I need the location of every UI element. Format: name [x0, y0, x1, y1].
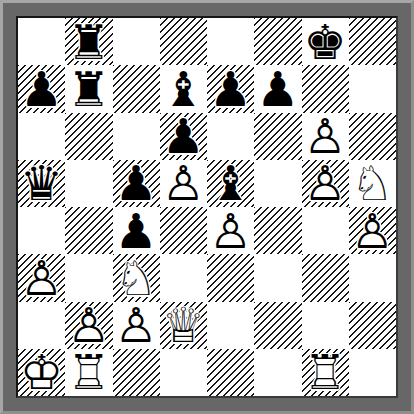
white-king-icon: ♔ — [18, 349, 65, 396]
white-pawn-icon: ♙ — [207, 207, 254, 254]
black-pawn[interactable]: ♟♟ — [160, 113, 207, 160]
white-pawn-icon: ♙ — [160, 160, 207, 207]
black-bishop[interactable]: ♝♝ — [160, 65, 207, 112]
black-queen[interactable]: ♛♛ — [18, 160, 65, 207]
square-a6[interactable] — [18, 113, 65, 160]
square-g7[interactable] — [302, 65, 349, 112]
square-a3[interactable]: ♟♙ — [18, 254, 65, 301]
square-b2[interactable]: ♟♙ — [65, 302, 112, 349]
square-h1[interactable] — [349, 349, 396, 396]
square-b3[interactable] — [65, 254, 112, 301]
square-f1[interactable] — [254, 349, 301, 396]
white-queen[interactable]: ♛♕ — [160, 302, 207, 349]
black-pawn[interactable]: ♟♟ — [113, 160, 160, 207]
white-knight[interactable]: ♞♘ — [349, 160, 396, 207]
square-g2[interactable] — [302, 302, 349, 349]
black-bishop[interactable]: ♝♝ — [207, 160, 254, 207]
square-h7[interactable] — [349, 65, 396, 112]
square-c6[interactable] — [113, 113, 160, 160]
black-pawn-icon: ♟ — [207, 65, 254, 112]
white-knight[interactable]: ♞♘ — [113, 254, 160, 301]
black-rook[interactable]: ♜♜ — [65, 65, 112, 112]
square-d8[interactable] — [160, 18, 207, 65]
white-knight-icon: ♘ — [113, 254, 160, 301]
chess-app-window: ♜♜♚♚♟♟♜♜♝♝♟♟♟♟♟♟♟♙♛♛♟♟♟♙♝♝♟♙♞♘♟♟♟♙♟♙♟♙♞♘… — [0, 0, 414, 414]
square-c4[interactable]: ♟♟ — [113, 207, 160, 254]
white-pawn[interactable]: ♟♙ — [302, 160, 349, 207]
square-a5[interactable]: ♛♛ — [18, 160, 65, 207]
white-pawn[interactable]: ♟♙ — [160, 160, 207, 207]
white-rook[interactable]: ♜♖ — [302, 349, 349, 396]
square-d3[interactable] — [160, 254, 207, 301]
white-pawn[interactable]: ♟♙ — [207, 207, 254, 254]
square-f8[interactable] — [254, 18, 301, 65]
black-bishop-icon: ♝ — [207, 160, 254, 207]
black-pawn[interactable]: ♟♟ — [207, 65, 254, 112]
square-e7[interactable]: ♟♟ — [207, 65, 254, 112]
square-a7[interactable]: ♟♟ — [18, 65, 65, 112]
black-pawn-icon: ♟ — [113, 160, 160, 207]
black-rook-icon: ♜ — [65, 65, 112, 112]
black-pawn[interactable]: ♟♟ — [113, 207, 160, 254]
chess-board: ♜♜♚♚♟♟♜♜♝♝♟♟♟♟♟♟♟♙♛♛♟♟♟♙♝♝♟♙♞♘♟♟♟♙♟♙♟♙♞♘… — [16, 16, 398, 398]
square-b8[interactable]: ♜♜ — [65, 18, 112, 65]
white-pawn-icon: ♙ — [113, 302, 160, 349]
black-rook[interactable]: ♜♜ — [65, 18, 112, 65]
white-pawn[interactable]: ♟♙ — [349, 207, 396, 254]
white-king[interactable]: ♚♔ — [18, 349, 65, 396]
square-e6[interactable] — [207, 113, 254, 160]
square-f2[interactable] — [254, 302, 301, 349]
square-e2[interactable] — [207, 302, 254, 349]
square-f3[interactable] — [254, 254, 301, 301]
white-pawn[interactable]: ♟♙ — [302, 113, 349, 160]
black-pawn-icon: ♟ — [160, 113, 207, 160]
white-rook[interactable]: ♜♖ — [65, 349, 112, 396]
square-b4[interactable] — [65, 207, 112, 254]
board-frame: ♜♜♚♚♟♟♜♜♝♝♟♟♟♟♟♟♟♙♛♛♟♟♟♙♝♝♟♙♞♘♟♟♟♙♟♙♟♙♞♘… — [0, 0, 414, 414]
square-d4[interactable] — [160, 207, 207, 254]
black-queen-icon: ♛ — [18, 160, 65, 207]
white-pawn-icon: ♙ — [349, 207, 396, 254]
square-b1[interactable]: ♜♖ — [65, 349, 112, 396]
square-c2[interactable]: ♟♙ — [113, 302, 160, 349]
square-d7[interactable]: ♝♝ — [160, 65, 207, 112]
white-queen-icon: ♕ — [160, 302, 207, 349]
square-c5[interactable]: ♟♟ — [113, 160, 160, 207]
square-h8[interactable] — [349, 18, 396, 65]
square-d6[interactable]: ♟♟ — [160, 113, 207, 160]
white-pawn[interactable]: ♟♙ — [65, 302, 112, 349]
square-h5[interactable]: ♞♘ — [349, 160, 396, 207]
black-pawn-icon: ♟ — [113, 207, 160, 254]
white-pawn-icon: ♙ — [18, 254, 65, 301]
square-c3[interactable]: ♞♘ — [113, 254, 160, 301]
square-g8[interactable]: ♚♚ — [302, 18, 349, 65]
white-pawn-icon: ♙ — [65, 302, 112, 349]
white-knight-icon: ♘ — [349, 160, 396, 207]
black-pawn[interactable]: ♟♟ — [254, 65, 301, 112]
black-rook-icon: ♜ — [65, 18, 112, 65]
white-pawn-icon: ♙ — [302, 113, 349, 160]
square-g6[interactable]: ♟♙ — [302, 113, 349, 160]
black-bishop-icon: ♝ — [160, 65, 207, 112]
square-b7[interactable]: ♜♜ — [65, 65, 112, 112]
white-rook-icon: ♖ — [302, 349, 349, 396]
square-e8[interactable] — [207, 18, 254, 65]
white-pawn-icon: ♙ — [302, 160, 349, 207]
square-h6[interactable] — [349, 113, 396, 160]
square-f5[interactable] — [254, 160, 301, 207]
square-g1[interactable]: ♜♖ — [302, 349, 349, 396]
square-f4[interactable] — [254, 207, 301, 254]
square-g5[interactable]: ♟♙ — [302, 160, 349, 207]
black-pawn-icon: ♟ — [18, 65, 65, 112]
square-b5[interactable] — [65, 160, 112, 207]
square-a1[interactable]: ♚♔ — [18, 349, 65, 396]
square-h2[interactable] — [349, 302, 396, 349]
square-c1[interactable] — [113, 349, 160, 396]
square-g4[interactable] — [302, 207, 349, 254]
square-h4[interactable]: ♟♙ — [349, 207, 396, 254]
black-king[interactable]: ♚♚ — [302, 18, 349, 65]
square-a8[interactable] — [18, 18, 65, 65]
square-d2[interactable]: ♛♕ — [160, 302, 207, 349]
square-e5[interactable]: ♝♝ — [207, 160, 254, 207]
black-pawn-icon: ♟ — [254, 65, 301, 112]
square-e3[interactable] — [207, 254, 254, 301]
square-f7[interactable]: ♟♟ — [254, 65, 301, 112]
square-f6[interactable] — [254, 113, 301, 160]
square-a2[interactable] — [18, 302, 65, 349]
square-g3[interactable] — [302, 254, 349, 301]
white-pawn[interactable]: ♟♙ — [113, 302, 160, 349]
square-c8[interactable] — [113, 18, 160, 65]
square-c7[interactable] — [113, 65, 160, 112]
black-king-icon: ♚ — [302, 18, 349, 65]
square-e1[interactable] — [207, 349, 254, 396]
white-rook-icon: ♖ — [65, 349, 112, 396]
square-b6[interactable] — [65, 113, 112, 160]
square-e4[interactable]: ♟♙ — [207, 207, 254, 254]
square-d5[interactable]: ♟♙ — [160, 160, 207, 207]
white-pawn[interactable]: ♟♙ — [18, 254, 65, 301]
square-d1[interactable] — [160, 349, 207, 396]
square-h3[interactable] — [349, 254, 396, 301]
black-pawn[interactable]: ♟♟ — [18, 65, 65, 112]
square-a4[interactable] — [18, 207, 65, 254]
